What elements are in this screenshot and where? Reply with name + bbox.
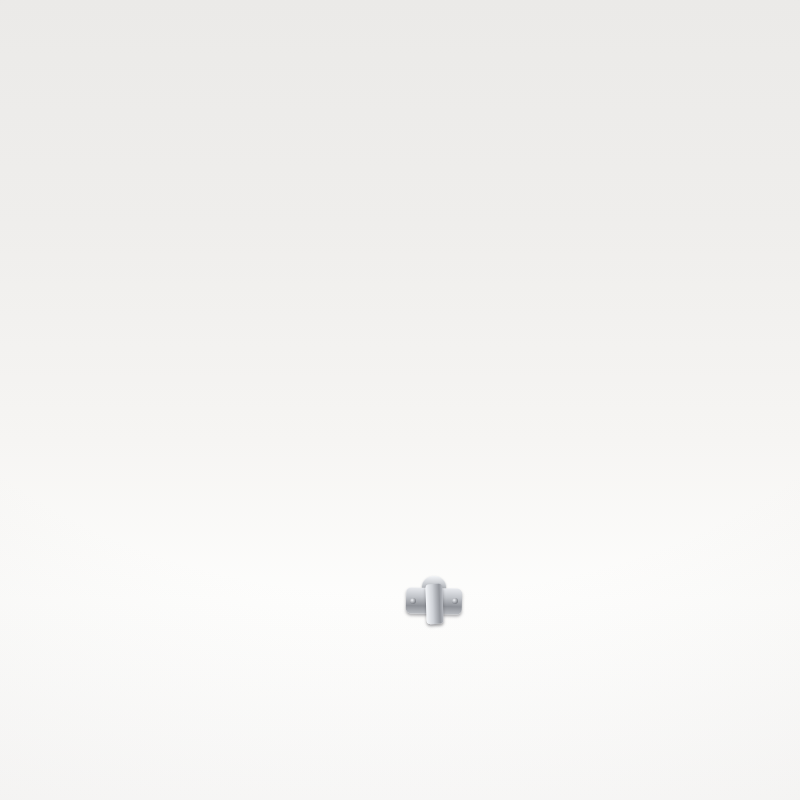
metal-latch <box>404 576 466 630</box>
latch-tongue <box>425 584 443 625</box>
product-photo-scene <box>0 0 800 800</box>
latch-screw-left <box>410 598 416 604</box>
box-front-bottom-lip <box>0 0 800 800</box>
latch-screw-right <box>452 598 458 604</box>
